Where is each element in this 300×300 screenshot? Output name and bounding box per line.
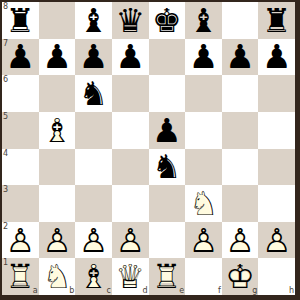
square-f1[interactable]: f	[185, 258, 222, 295]
square-b5[interactable]: ♝♗	[39, 112, 76, 149]
white-piece-outline-layer: ♙	[39, 222, 76, 259]
piece-black-pawn[interactable]: ♟	[112, 39, 149, 76]
piece-black-king[interactable]: ♚	[149, 2, 186, 39]
square-h5[interactable]	[258, 112, 295, 149]
piece-black-pawn[interactable]: ♟	[222, 39, 259, 76]
rank-label-4: 4	[3, 149, 8, 158]
white-piece-outline-layer: ♗	[75, 258, 112, 295]
white-piece-outline-layer: ♔	[222, 258, 259, 295]
square-a6[interactable]: 6	[2, 75, 39, 112]
piece-black-pawn[interactable]: ♟	[149, 112, 186, 149]
white-piece-outline-layer: ♗	[39, 112, 76, 149]
square-d7[interactable]: ♟	[112, 39, 149, 76]
white-piece-outline-layer: ♙	[75, 222, 112, 259]
white-piece-outline-layer: ♘	[185, 185, 222, 222]
piece-white-pawn[interactable]: ♟♙	[39, 222, 76, 259]
square-g2[interactable]: ♟♙	[222, 222, 259, 259]
square-c7[interactable]: ♟	[75, 39, 112, 76]
square-g5[interactable]	[222, 112, 259, 149]
piece-black-rook[interactable]: ♜	[258, 2, 295, 39]
square-e3[interactable]	[149, 185, 186, 222]
black-piece-layer: ♝	[185, 2, 222, 39]
square-b8[interactable]	[39, 2, 76, 39]
black-piece-layer: ♚	[149, 2, 186, 39]
piece-black-pawn[interactable]: ♟	[75, 39, 112, 76]
piece-black-bishop[interactable]: ♝	[185, 2, 222, 39]
file-label-f: f	[218, 286, 221, 295]
rank-label-5: 5	[3, 112, 8, 121]
piece-black-pawn[interactable]: ♟	[258, 39, 295, 76]
black-piece-layer: ♟	[2, 39, 39, 76]
square-a4[interactable]: 4	[2, 149, 39, 186]
white-piece-outline-layer: ♕	[112, 258, 149, 295]
square-g4[interactable]	[222, 149, 259, 186]
square-g6[interactable]	[222, 75, 259, 112]
piece-black-pawn[interactable]: ♟	[2, 39, 39, 76]
piece-white-rook[interactable]: ♜♖	[2, 258, 39, 295]
square-d6[interactable]	[112, 75, 149, 112]
square-g3[interactable]	[222, 185, 259, 222]
square-b4[interactable]	[39, 149, 76, 186]
piece-black-pawn[interactable]: ♟	[39, 39, 76, 76]
square-h7[interactable]: ♟	[258, 39, 295, 76]
square-d8[interactable]: ♛	[112, 2, 149, 39]
square-c6[interactable]: ♞	[75, 75, 112, 112]
square-e6[interactable]	[149, 75, 186, 112]
square-c2[interactable]: ♟♙	[75, 222, 112, 259]
white-piece-outline-layer: ♙	[2, 222, 39, 259]
square-b2[interactable]: ♟♙	[39, 222, 76, 259]
square-g8[interactable]	[222, 2, 259, 39]
square-f4[interactable]	[185, 149, 222, 186]
black-piece-layer: ♞	[75, 75, 112, 112]
white-piece-outline-layer: ♙	[258, 222, 295, 259]
file-label-h: h	[289, 286, 294, 295]
square-h6[interactable]	[258, 75, 295, 112]
piece-white-bishop[interactable]: ♝♗	[39, 112, 76, 149]
piece-black-queen[interactable]: ♛	[112, 2, 149, 39]
piece-white-knight[interactable]: ♞♘	[39, 258, 76, 295]
square-h3[interactable]	[258, 185, 295, 222]
square-e2[interactable]	[149, 222, 186, 259]
square-d2[interactable]: ♟♙	[112, 222, 149, 259]
square-c3[interactable]	[75, 185, 112, 222]
square-d1[interactable]: ♛♕d	[112, 258, 149, 295]
chess-board-frame: ♜8♝♛♚♝♜♟7♟♟♟♟♟♟6♞5♝♗♟4♞3♞♘♟♙2♟♙♟♙♟♙♟♙♟♙♟…	[0, 0, 300, 300]
square-b3[interactable]	[39, 185, 76, 222]
square-a1[interactable]: ♜♖1a	[2, 258, 39, 295]
piece-white-pawn[interactable]: ♟♙	[2, 222, 39, 259]
black-piece-layer: ♟	[149, 112, 186, 149]
square-g7[interactable]: ♟	[222, 39, 259, 76]
piece-black-bishop[interactable]: ♝	[75, 2, 112, 39]
black-piece-layer: ♟	[258, 39, 295, 76]
square-e4[interactable]: ♞	[149, 149, 186, 186]
square-a2[interactable]: ♟♙2	[2, 222, 39, 259]
square-c8[interactable]: ♝	[75, 2, 112, 39]
square-c1[interactable]: ♝♗c	[75, 258, 112, 295]
piece-black-knight[interactable]: ♞	[75, 75, 112, 112]
piece-black-knight[interactable]: ♞	[149, 149, 186, 186]
square-a3[interactable]: 3	[2, 185, 39, 222]
square-a5[interactable]: 5	[2, 112, 39, 149]
black-piece-layer: ♟	[75, 39, 112, 76]
white-piece-outline-layer: ♖	[149, 258, 186, 295]
square-h8[interactable]: ♜	[258, 2, 295, 39]
square-b6[interactable]	[39, 75, 76, 112]
square-f8[interactable]: ♝	[185, 2, 222, 39]
piece-white-king[interactable]: ♚♔	[222, 258, 259, 295]
square-c5[interactable]	[75, 112, 112, 149]
black-piece-layer: ♟	[112, 39, 149, 76]
black-piece-layer: ♟	[222, 39, 259, 76]
square-e8[interactable]: ♚	[149, 2, 186, 39]
white-piece-outline-layer: ♙	[112, 222, 149, 259]
black-piece-layer: ♞	[149, 149, 186, 186]
piece-white-pawn[interactable]: ♟♙	[112, 222, 149, 259]
black-piece-layer: ♜	[2, 2, 39, 39]
chess-board: ♜8♝♛♚♝♜♟7♟♟♟♟♟♟6♞5♝♗♟4♞3♞♘♟♙2♟♙♟♙♟♙♟♙♟♙♟…	[2, 2, 295, 295]
piece-white-pawn[interactable]: ♟♙	[75, 222, 112, 259]
square-f2[interactable]: ♟♙	[185, 222, 222, 259]
piece-black-pawn[interactable]: ♟	[185, 39, 222, 76]
black-piece-layer: ♝	[75, 2, 112, 39]
square-d3[interactable]	[112, 185, 149, 222]
black-piece-layer: ♛	[112, 2, 149, 39]
piece-white-pawn[interactable]: ♟♙	[222, 222, 259, 259]
piece-white-pawn[interactable]: ♟♙	[258, 222, 295, 259]
piece-white-bishop[interactable]: ♝♗	[75, 258, 112, 295]
square-c4[interactable]	[75, 149, 112, 186]
white-piece-outline-layer: ♙	[222, 222, 259, 259]
piece-black-rook[interactable]: ♜	[2, 2, 39, 39]
square-e1[interactable]: ♜♖e	[149, 258, 186, 295]
piece-white-rook[interactable]: ♜♖	[149, 258, 186, 295]
square-e5[interactable]: ♟	[149, 112, 186, 149]
square-h1[interactable]: h	[258, 258, 295, 295]
black-piece-layer: ♟	[39, 39, 76, 76]
white-piece-outline-layer: ♖	[2, 258, 39, 295]
square-d4[interactable]	[112, 149, 149, 186]
black-piece-layer: ♟	[185, 39, 222, 76]
piece-white-knight[interactable]: ♞♘	[185, 185, 222, 222]
square-b1[interactable]: ♞♘b	[39, 258, 76, 295]
square-a8[interactable]: ♜8	[2, 2, 39, 39]
square-h2[interactable]: ♟♙	[258, 222, 295, 259]
piece-white-queen[interactable]: ♛♕	[112, 258, 149, 295]
black-piece-layer: ♜	[258, 2, 295, 39]
square-f3[interactable]: ♞♘	[185, 185, 222, 222]
square-f6[interactable]	[185, 75, 222, 112]
piece-white-pawn[interactable]: ♟♙	[185, 222, 222, 259]
square-e7[interactable]	[149, 39, 186, 76]
square-h4[interactable]	[258, 149, 295, 186]
white-piece-outline-layer: ♘	[39, 258, 76, 295]
square-d5[interactable]	[112, 112, 149, 149]
square-a7[interactable]: ♟7	[2, 39, 39, 76]
white-piece-outline-layer: ♙	[185, 222, 222, 259]
square-f5[interactable]	[185, 112, 222, 149]
square-b7[interactable]: ♟	[39, 39, 76, 76]
rank-label-6: 6	[3, 75, 8, 84]
square-g1[interactable]: ♚♔g	[222, 258, 259, 295]
rank-label-3: 3	[3, 185, 8, 194]
square-f7[interactable]: ♟	[185, 39, 222, 76]
